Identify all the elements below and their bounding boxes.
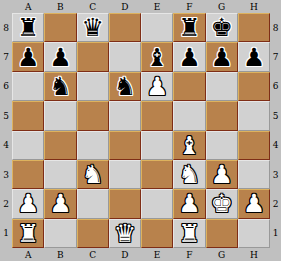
square-f7[interactable]: ♟ xyxy=(173,42,205,71)
square-c8[interactable]: ♛ xyxy=(77,13,109,42)
rank-label-5-left: 5 xyxy=(0,101,12,130)
file-label-c-bottom: C xyxy=(77,248,109,261)
rank-label-6-left: 6 xyxy=(0,72,12,101)
file-label-g-bottom: G xyxy=(206,248,238,261)
piece-white-bishop[interactable]: ♝ xyxy=(178,133,200,158)
square-g2[interactable]: ♚ xyxy=(206,189,238,218)
square-d2[interactable] xyxy=(109,189,141,218)
piece-white-pawn[interactable]: ♟ xyxy=(146,74,168,99)
file-label-a-bottom: A xyxy=(12,248,44,261)
square-d5[interactable] xyxy=(109,101,141,130)
square-c3[interactable]: ♞ xyxy=(77,160,109,189)
square-h6[interactable] xyxy=(238,72,270,101)
piece-white-knight[interactable]: ♞ xyxy=(81,162,103,187)
rank-label-2-right: 2 xyxy=(270,189,281,218)
square-d1[interactable]: ♛ xyxy=(109,219,141,248)
rank-label-1-right: 1 xyxy=(270,219,281,248)
square-f2[interactable]: ♟ xyxy=(173,189,205,218)
square-b7[interactable]: ♟ xyxy=(44,42,76,71)
square-b8[interactable] xyxy=(44,13,76,42)
rank-label-4-left: 4 xyxy=(0,131,12,160)
piece-black-knight[interactable]: ♞ xyxy=(49,74,71,99)
file-label-f-bottom: F xyxy=(173,248,205,261)
square-g6[interactable] xyxy=(206,72,238,101)
rank-label-6-right: 6 xyxy=(270,72,281,101)
file-label-e-bottom: E xyxy=(141,248,173,261)
square-g7[interactable]: ♟ xyxy=(206,42,238,71)
square-a5[interactable] xyxy=(12,101,44,130)
file-label-b-top: B xyxy=(44,0,76,13)
file-label-d-top: D xyxy=(109,0,141,13)
corner-spacer xyxy=(270,248,281,261)
rank-label-3-right: 3 xyxy=(270,160,281,189)
piece-black-king[interactable]: ♚ xyxy=(210,15,232,40)
square-c5[interactable] xyxy=(77,101,109,130)
square-f5[interactable] xyxy=(173,101,205,130)
square-c4[interactable] xyxy=(77,131,109,160)
square-h2[interactable]: ♟ xyxy=(238,189,270,218)
file-label-f-top: F xyxy=(173,0,205,13)
file-label-c-top: C xyxy=(77,0,109,13)
piece-white-pawn[interactable]: ♟ xyxy=(210,162,232,187)
file-label-d-bottom: D xyxy=(109,248,141,261)
square-d3[interactable] xyxy=(109,160,141,189)
rank-label-7-left: 7 xyxy=(0,42,12,71)
piece-black-pawn[interactable]: ♟ xyxy=(210,45,232,70)
square-f6[interactable] xyxy=(173,72,205,101)
rank-label-2-left: 2 xyxy=(0,189,12,218)
file-label-h-top: H xyxy=(238,0,270,13)
square-b2[interactable]: ♟ xyxy=(44,189,76,218)
square-f3[interactable]: ♞ xyxy=(173,160,205,189)
square-e2[interactable] xyxy=(141,189,173,218)
rank-label-7-right: 7 xyxy=(270,42,281,71)
piece-black-knight[interactable]: ♞ xyxy=(114,74,136,99)
file-label-h-bottom: H xyxy=(238,248,270,261)
square-e7[interactable]: ♝ xyxy=(141,42,173,71)
square-a6[interactable] xyxy=(12,72,44,101)
square-g5[interactable] xyxy=(206,101,238,130)
square-h8[interactable] xyxy=(238,13,270,42)
square-c7[interactable] xyxy=(77,42,109,71)
chess-board: ABCDEFGH8♜♛♜♚87♟♟♝♟♟♟76♞♞♟6554♝43♞♞♟32♟♟… xyxy=(0,0,281,261)
square-d4[interactable] xyxy=(109,131,141,160)
square-g1[interactable] xyxy=(206,219,238,248)
rank-label-8-right: 8 xyxy=(270,13,281,42)
piece-black-rook[interactable]: ♜ xyxy=(178,15,200,40)
square-c2[interactable] xyxy=(77,189,109,218)
square-h4[interactable] xyxy=(238,131,270,160)
square-f8[interactable]: ♜ xyxy=(173,13,205,42)
piece-white-rook[interactable]: ♜ xyxy=(178,221,200,246)
square-a1[interactable]: ♜ xyxy=(12,219,44,248)
square-c6[interactable] xyxy=(77,72,109,101)
piece-white-pawn[interactable]: ♟ xyxy=(49,191,71,216)
square-d6[interactable]: ♞ xyxy=(109,72,141,101)
file-label-e-top: E xyxy=(141,0,173,13)
piece-white-rook[interactable]: ♜ xyxy=(17,221,39,246)
rank-label-5-right: 5 xyxy=(270,101,281,130)
piece-white-king[interactable]: ♚ xyxy=(210,191,232,216)
square-b4[interactable] xyxy=(44,131,76,160)
square-e6[interactable]: ♟ xyxy=(141,72,173,101)
square-a7[interactable]: ♟ xyxy=(12,42,44,71)
rank-label-8-left: 8 xyxy=(0,13,12,42)
corner-spacer xyxy=(270,0,281,13)
square-d7[interactable] xyxy=(109,42,141,71)
square-e3[interactable] xyxy=(141,160,173,189)
file-label-g-top: G xyxy=(206,0,238,13)
piece-white-pawn[interactable]: ♟ xyxy=(178,191,200,216)
square-e5[interactable] xyxy=(141,101,173,130)
square-c1[interactable] xyxy=(77,219,109,248)
square-b1[interactable] xyxy=(44,219,76,248)
square-g4[interactable] xyxy=(206,131,238,160)
piece-black-pawn[interactable]: ♟ xyxy=(49,45,71,70)
rank-label-3-left: 3 xyxy=(0,160,12,189)
square-e1[interactable] xyxy=(141,219,173,248)
square-b3[interactable] xyxy=(44,160,76,189)
rank-label-1-left: 1 xyxy=(0,219,12,248)
file-label-a-top: A xyxy=(12,0,44,13)
square-f1[interactable]: ♜ xyxy=(173,219,205,248)
square-b6[interactable]: ♞ xyxy=(44,72,76,101)
square-g8[interactable]: ♚ xyxy=(206,13,238,42)
square-h5[interactable] xyxy=(238,101,270,130)
square-a3[interactable] xyxy=(12,160,44,189)
square-f4[interactable]: ♝ xyxy=(173,131,205,160)
rank-label-4-right: 4 xyxy=(270,131,281,160)
corner-spacer xyxy=(0,248,12,261)
piece-white-pawn[interactable]: ♟ xyxy=(17,191,39,216)
piece-black-pawn[interactable]: ♟ xyxy=(178,45,200,70)
corner-spacer xyxy=(0,0,12,13)
square-b5[interactable] xyxy=(44,101,76,130)
chess-board-grid: ABCDEFGH8♜♛♜♚87♟♟♝♟♟♟76♞♞♟6554♝43♞♞♟32♟♟… xyxy=(0,0,281,261)
piece-white-knight[interactable]: ♞ xyxy=(178,162,200,187)
square-a2[interactable]: ♟ xyxy=(12,189,44,218)
piece-black-queen[interactable]: ♛ xyxy=(81,15,103,40)
square-e8[interactable] xyxy=(141,13,173,42)
piece-black-pawn[interactable]: ♟ xyxy=(243,45,265,70)
piece-black-rook[interactable]: ♜ xyxy=(17,15,39,40)
piece-black-bishop[interactable]: ♝ xyxy=(146,45,168,70)
square-e4[interactable] xyxy=(141,131,173,160)
square-h7[interactable]: ♟ xyxy=(238,42,270,71)
file-label-b-bottom: B xyxy=(44,248,76,261)
square-h1[interactable] xyxy=(238,219,270,248)
square-d8[interactable] xyxy=(109,13,141,42)
square-a4[interactable] xyxy=(12,131,44,160)
piece-white-queen[interactable]: ♛ xyxy=(114,221,136,246)
square-g3[interactable]: ♟ xyxy=(206,160,238,189)
piece-black-pawn[interactable]: ♟ xyxy=(17,45,39,70)
square-h3[interactable] xyxy=(238,160,270,189)
square-a8[interactable]: ♜ xyxy=(12,13,44,42)
piece-white-pawn[interactable]: ♟ xyxy=(243,191,265,216)
